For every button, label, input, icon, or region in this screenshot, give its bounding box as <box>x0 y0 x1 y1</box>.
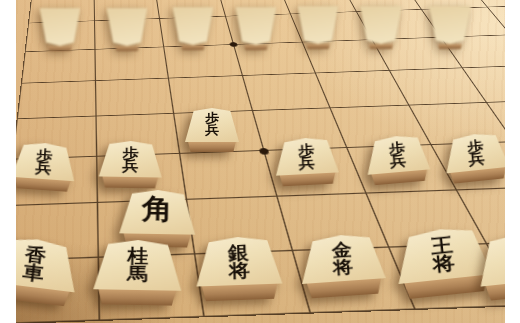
koma-sente-silver-7i[interactable]: 銀将 <box>195 236 283 302</box>
kanji-character: 馬 <box>127 264 148 282</box>
koma-sente-pawn-4g[interactable]: 歩兵 <box>443 131 505 184</box>
koma-sente-pawn-7f[interactable]: 歩兵 <box>185 108 239 152</box>
koma-face: 歩兵 <box>40 8 81 46</box>
koma-wood-edge <box>306 44 331 49</box>
koma-kanji: 王将 <box>429 228 456 274</box>
koma-gote-pawn-4c[interactable]: 歩兵 <box>360 6 402 49</box>
koma-kanji: 香車 <box>22 238 48 282</box>
koma-wood-edge <box>187 142 237 152</box>
board-square <box>95 47 169 81</box>
koma-face: 歩兵 <box>185 108 239 142</box>
koma-face: 歩兵 <box>236 7 277 45</box>
koma-kanji: 銀将 <box>227 237 249 280</box>
koma-wood-edge <box>200 284 280 302</box>
kanji-character: 将 <box>332 258 353 276</box>
koma-kanji: 歩兵 <box>388 135 407 168</box>
koma-kanji: 角 <box>142 190 174 222</box>
koma-face: 歩兵 <box>298 6 339 44</box>
koma-kanji: 歩兵 <box>298 138 316 171</box>
kanji-character: 兵 <box>205 124 219 136</box>
board-photo: 歩兵歩兵歩兵歩兵歩兵歩兵歩兵歩兵歩兵歩兵歩兵歩兵歩兵角香車桂馬銀将金将王将金将 <box>16 0 505 323</box>
kanji-character: 将 <box>228 261 250 279</box>
koma-kanji: 歩兵 <box>35 143 53 176</box>
koma-face: 歩兵 <box>443 131 505 173</box>
koma-kanji: 歩兵 <box>466 133 485 166</box>
kanji-character: 兵 <box>35 161 52 175</box>
koma-face: 歩兵 <box>99 140 163 177</box>
koma-wood-edge <box>368 44 393 49</box>
koma-wood-edge <box>97 289 178 305</box>
koma-face: 歩兵 <box>173 7 214 45</box>
koma-face: 金将 <box>476 230 505 287</box>
koma-gote-pawn-7c[interactable]: 歩兵 <box>173 7 214 50</box>
koma-face: 歩兵 <box>365 133 431 174</box>
koma-gote-pawn-6c[interactable]: 歩兵 <box>236 7 277 50</box>
koma-face: 歩兵 <box>16 141 77 181</box>
koma-kanji: 桂馬 <box>127 240 149 282</box>
koma-wood-edge <box>101 176 159 188</box>
koma-sente-pawn-5g[interactable]: 歩兵 <box>365 133 432 185</box>
koma-gote-pawn-8c[interactable]: 歩兵 <box>107 8 148 51</box>
koma-face: 桂馬 <box>93 239 182 291</box>
koma-face: 歩兵 <box>274 136 339 175</box>
kanji-character: 兵 <box>468 152 485 167</box>
photo-margin-right <box>505 0 520 323</box>
koma-wood-edge <box>48 46 73 51</box>
kanji-character: 兵 <box>122 159 138 173</box>
photo-margin-left <box>0 0 16 323</box>
kanji-character: 角 <box>142 196 173 222</box>
koma-wood-edge <box>115 46 140 51</box>
board-square <box>18 81 96 119</box>
koma-sente-lance-9i[interactable]: 香車 <box>16 234 80 307</box>
koma-face: 角 <box>119 189 196 234</box>
board-square <box>96 78 175 116</box>
koma-sente-pawn-9g[interactable]: 歩兵 <box>16 141 77 192</box>
shogi-photo: 歩兵歩兵歩兵歩兵歩兵歩兵歩兵歩兵歩兵歩兵歩兵歩兵歩兵角香車桂馬銀将金将王将金将 <box>0 0 520 323</box>
koma-gote-pawn-9c[interactable]: 歩兵 <box>40 8 81 51</box>
koma-sente-pawn-8g[interactable]: 歩兵 <box>99 140 163 188</box>
koma-wood-edge <box>244 45 269 50</box>
koma-face: 銀将 <box>195 236 283 287</box>
koma-face: 歩兵 <box>429 6 471 44</box>
koma-face: 香車 <box>16 234 80 292</box>
kanji-character: 兵 <box>390 154 407 169</box>
koma-wood-edge <box>181 45 206 50</box>
koma-sente-pawn-6g[interactable]: 歩兵 <box>274 136 339 186</box>
kanji-character: 兵 <box>299 156 316 170</box>
koma-face: 金将 <box>299 232 386 284</box>
kanji-character: 将 <box>432 254 456 275</box>
koma-sente-gold-6i[interactable]: 金将 <box>299 232 387 299</box>
koma-kanji: 金将 <box>331 234 354 275</box>
koma-kanji: 歩兵 <box>205 108 219 136</box>
kanji-character: 車 <box>22 262 45 282</box>
koma-sente-knight-8i[interactable]: 桂馬 <box>93 239 182 306</box>
koma-wood-edge <box>437 44 462 49</box>
board-square <box>22 49 95 83</box>
koma-kanji: 歩兵 <box>122 141 139 173</box>
koma-face: 歩兵 <box>107 8 148 46</box>
koma-face: 歩兵 <box>360 6 402 44</box>
koma-gote-pawn-5c[interactable]: 歩兵 <box>298 6 339 49</box>
koma-gote-pawn-3c[interactable]: 歩兵 <box>429 6 471 49</box>
